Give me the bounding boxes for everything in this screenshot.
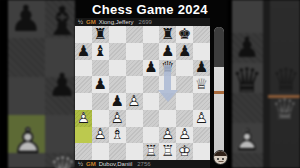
player-rating-black: 2699 [139,19,152,25]
square-g8[interactable]: ♚ [176,26,193,43]
square-e2[interactable] [143,127,160,144]
square-g4[interactable] [176,93,193,110]
background-square [45,115,75,153]
square-b2[interactable]: ♟♙ [92,127,109,144]
background-piece-white-queen: ♛♕ [272,95,299,125]
piece-white-pawn[interactable]: ♟♙ [77,111,90,126]
square-h2[interactable] [193,127,210,144]
square-d5[interactable] [126,76,143,93]
piece-black-pawn[interactable]: ♟ [94,77,107,92]
square-h3[interactable]: ♟♙ [193,110,210,127]
piece-black-pawn[interactable]: ♟ [161,44,174,59]
piece-black-rook[interactable]: ♜ [161,27,174,42]
background-piece-white-pawn: ♟♙ [234,125,261,155]
avatar-hair [214,151,227,156]
square-b3[interactable] [92,110,109,127]
video-frame: ♟♝♟♟♙♛♕♟♛♟♙♛♛♕ Chess Game 2024 ½ GM Xion… [0,0,300,168]
square-a3[interactable]: ♟♙ [75,110,92,127]
square-b6[interactable] [92,60,109,77]
avatar-eye [217,158,219,160]
square-c5[interactable] [109,76,126,93]
background-piece-white-queen: ♛♕ [50,153,77,168]
evaluation-bar-midline-tick [214,91,224,94]
piece-white-queen[interactable]: ♛♕ [195,77,208,92]
player-title-white: GM [86,161,96,167]
square-d1[interactable] [126,143,143,160]
square-h8[interactable] [193,26,210,43]
page-title: Chess Game 2024 [0,0,300,18]
background-square [0,0,8,168]
square-f8[interactable]: ♜ [159,26,176,43]
square-h5[interactable]: ♛♕ [193,76,210,93]
square-a1[interactable] [75,143,92,160]
piece-black-king[interactable]: ♚ [178,27,191,42]
square-c8[interactable] [109,26,126,43]
square-a4[interactable] [75,93,92,110]
piece-black-pawn[interactable]: ♟ [178,44,191,59]
square-b5[interactable]: ♟ [92,76,109,93]
square-a6[interactable] [75,60,92,77]
square-e8[interactable] [143,26,160,43]
game-result-black: ½ [78,19,83,25]
player-bar-white: ½ GM Dubov,Daniil 2756 [75,160,210,168]
evaluation-bar-black-portion [214,27,224,67]
square-a2[interactable] [75,127,92,144]
square-f2[interactable]: ♟♙ [159,127,176,144]
piece-white-rook[interactable]: ♜♖ [144,144,157,159]
square-d7[interactable] [126,43,143,60]
square-c6[interactable] [109,60,126,77]
square-a8[interactable] [75,26,92,43]
piece-white-pawn[interactable]: ♟♙ [127,94,140,109]
background-piece-white-pawn: ♟♙ [12,123,44,159]
square-e3[interactable] [143,110,160,127]
square-c3[interactable]: ♟♙ [109,110,126,127]
square-g2[interactable]: ♟♙ [176,127,193,144]
chess-board[interactable]: ♜♜♚♟♝♟♟♟♛♟♟♛♕♟♟♙♟♙♟♙♟♙♟♙♝♗♟♙♟♙♜♖♜♖♚♔ [75,26,210,160]
background-piece-black-queen: ♛ [232,63,262,97]
square-a7[interactable]: ♟ [75,43,92,60]
square-g1[interactable]: ♚♔ [176,143,193,160]
evaluation-bar [214,27,224,161]
square-g5[interactable] [176,76,193,93]
square-g7[interactable]: ♟ [176,43,193,60]
piece-white-pawn[interactable]: ♟♙ [178,127,191,142]
piece-white-pawn[interactable]: ♟♙ [110,111,123,126]
square-f3[interactable] [159,110,176,127]
square-b4[interactable] [92,93,109,110]
square-b8[interactable]: ♜ [92,26,109,43]
square-g6[interactable] [176,60,193,77]
square-g3[interactable] [176,110,193,127]
square-f7[interactable]: ♟ [159,43,176,60]
square-d4[interactable]: ♟♙ [126,93,143,110]
piece-white-rook[interactable]: ♜♖ [161,144,174,159]
square-e6[interactable]: ♟ [143,60,160,77]
square-e1[interactable]: ♜♖ [143,143,160,160]
piece-black-pawn[interactable]: ♟ [77,44,90,59]
game-result-white: ½ [78,161,83,167]
square-h4[interactable] [193,93,210,110]
piece-white-pawn[interactable]: ♟♙ [195,111,208,126]
background-square [8,38,45,77]
square-c7[interactable] [109,43,126,60]
background-piece-black-pawn: ♟ [234,34,259,62]
piece-black-pawn[interactable]: ♟ [110,94,123,109]
square-b7[interactable]: ♝ [92,43,109,60]
piece-black-pawn[interactable]: ♟ [195,60,208,75]
channel-avatar [213,150,228,165]
square-d3[interactable] [126,110,143,127]
move-arrow-head [158,90,178,102]
avatar-mouth [218,161,223,162]
square-c1[interactable] [109,143,126,160]
square-f1[interactable]: ♜♖ [159,143,176,160]
piece-black-bishop[interactable]: ♝ [94,44,107,59]
square-h1[interactable] [193,143,210,160]
square-b1[interactable] [92,143,109,160]
player-rating-white: 2756 [137,161,150,167]
square-d2[interactable] [126,127,143,144]
piece-white-bishop[interactable]: ♝♗ [110,127,123,142]
square-d8[interactable] [126,26,143,43]
player-name-white: Dubov,Daniil [99,161,133,167]
background-piece-black-pawn: ♟ [48,69,77,101]
background-square [8,77,45,115]
square-h6[interactable]: ♟ [193,60,210,77]
square-h7[interactable] [193,43,210,60]
piece-white-pawn[interactable]: ♟♙ [161,127,174,142]
piece-black-pawn[interactable]: ♟ [144,60,157,75]
square-c4[interactable]: ♟ [109,93,126,110]
square-e7[interactable] [143,43,160,60]
square-d6[interactable] [126,60,143,77]
square-a5[interactable] [75,76,92,93]
piece-black-rook[interactable]: ♜ [94,27,107,42]
piece-white-pawn[interactable]: ♟♙ [94,127,107,142]
move-arrow-shaft [164,65,171,91]
square-c2[interactable]: ♝♗ [109,127,126,144]
background-square [263,0,270,168]
piece-white-king[interactable]: ♚♔ [178,144,191,159]
avatar-eye [222,158,224,160]
